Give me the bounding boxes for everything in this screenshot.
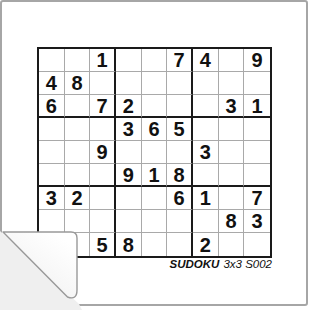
- cell-r2c1[interactable]: 4: [39, 72, 65, 95]
- cell-r6c6[interactable]: 8: [167, 164, 193, 187]
- cell-r8c6[interactable]: [167, 210, 193, 233]
- caption-series: 3x3 S002: [223, 258, 272, 270]
- cell-r3c8[interactable]: 3: [219, 95, 245, 118]
- cell-r2c2[interactable]: 8: [65, 72, 91, 95]
- cell-r1c6[interactable]: 7: [167, 49, 193, 72]
- cell-r4c1[interactable]: [39, 118, 65, 141]
- cell-r5c6[interactable]: [167, 141, 193, 164]
- cell-r6c7[interactable]: [193, 164, 219, 187]
- cell-r1c8[interactable]: [219, 49, 245, 72]
- cell-r7c4[interactable]: [116, 187, 142, 210]
- cell-r3c5[interactable]: [142, 95, 168, 118]
- cell-r7c2[interactable]: 2: [65, 187, 91, 210]
- cell-r7c8[interactable]: [219, 187, 245, 210]
- cell-r3c2[interactable]: [65, 95, 91, 118]
- cell-r8c9[interactable]: 3: [244, 210, 270, 233]
- cell-r5c8[interactable]: [219, 141, 245, 164]
- cell-r4c5[interactable]: 6: [142, 118, 168, 141]
- cell-r2c5[interactable]: [142, 72, 168, 95]
- cell-r7c9[interactable]: 7: [244, 187, 270, 210]
- cell-r1c1[interactable]: [39, 49, 65, 72]
- cell-r7c6[interactable]: 6: [167, 187, 193, 210]
- cell-r1c4[interactable]: [116, 49, 142, 72]
- cell-r5c7[interactable]: 3: [193, 141, 219, 164]
- cell-r2c4[interactable]: [116, 72, 142, 95]
- cell-r6c5[interactable]: 1: [142, 164, 168, 187]
- caption-brand: SUDOKU: [170, 258, 220, 270]
- cell-r1c5[interactable]: [142, 49, 168, 72]
- cell-r6c1[interactable]: [39, 164, 65, 187]
- cell-r1c3[interactable]: 1: [90, 49, 116, 72]
- cell-r9c6[interactable]: [167, 233, 193, 256]
- cell-r1c7[interactable]: 4: [193, 49, 219, 72]
- cell-r9c7[interactable]: 2: [193, 233, 219, 256]
- cell-r6c9[interactable]: [244, 164, 270, 187]
- cell-r7c7[interactable]: 1: [193, 187, 219, 210]
- cell-r2c8[interactable]: [219, 72, 245, 95]
- cell-r9c3[interactable]: 5: [90, 233, 116, 256]
- cell-r1c2[interactable]: [65, 49, 91, 72]
- cell-r7c1[interactable]: 3: [39, 187, 65, 210]
- cell-r2c3[interactable]: [90, 72, 116, 95]
- cell-r3c9[interactable]: 1: [244, 95, 270, 118]
- cell-r4c6[interactable]: 5: [167, 118, 193, 141]
- cell-r9c8[interactable]: [219, 233, 245, 256]
- cell-r2c7[interactable]: [193, 72, 219, 95]
- cell-r5c4[interactable]: [116, 141, 142, 164]
- cell-r8c8[interactable]: 8: [219, 210, 245, 233]
- cell-r5c1[interactable]: [39, 141, 65, 164]
- cell-r6c3[interactable]: [90, 164, 116, 187]
- cell-r6c4[interactable]: 9: [116, 164, 142, 187]
- cell-r5c2[interactable]: [65, 141, 91, 164]
- cell-r8c7[interactable]: [193, 210, 219, 233]
- page-curl: [0, 225, 90, 310]
- cell-r8c5[interactable]: [142, 210, 168, 233]
- cell-r7c3[interactable]: [90, 187, 116, 210]
- cell-r5c5[interactable]: [142, 141, 168, 164]
- cell-r8c3[interactable]: [90, 210, 116, 233]
- cell-r9c9[interactable]: [244, 233, 270, 256]
- cell-r3c4[interactable]: 2: [116, 95, 142, 118]
- cell-r4c7[interactable]: [193, 118, 219, 141]
- cell-r3c7[interactable]: [193, 95, 219, 118]
- cell-r4c9[interactable]: [244, 118, 270, 141]
- cell-r8c4[interactable]: [116, 210, 142, 233]
- cell-r3c6[interactable]: [167, 95, 193, 118]
- cell-r3c3[interactable]: 7: [90, 95, 116, 118]
- cell-r4c4[interactable]: 3: [116, 118, 142, 141]
- cell-r7c5[interactable]: [142, 187, 168, 210]
- cell-r4c2[interactable]: [65, 118, 91, 141]
- cell-r4c3[interactable]: [90, 118, 116, 141]
- cell-r2c9[interactable]: [244, 72, 270, 95]
- cell-r5c3[interactable]: 9: [90, 141, 116, 164]
- cell-r2c6[interactable]: [167, 72, 193, 95]
- cell-r9c4[interactable]: 8: [116, 233, 142, 256]
- cell-r9c5[interactable]: [142, 233, 168, 256]
- cell-r6c2[interactable]: [65, 164, 91, 187]
- cell-r4c8[interactable]: [219, 118, 245, 141]
- cell-r1c9[interactable]: 9: [244, 49, 270, 72]
- cell-r6c8[interactable]: [219, 164, 245, 187]
- cell-r3c1[interactable]: 6: [39, 95, 65, 118]
- cell-r5c9[interactable]: [244, 141, 270, 164]
